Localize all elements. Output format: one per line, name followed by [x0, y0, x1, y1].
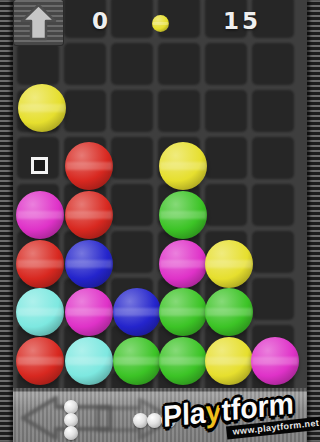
- green-ball[interactable]: [159, 337, 207, 385]
- blue-ball[interactable]: [65, 240, 113, 288]
- yellow-ball[interactable]: [205, 240, 253, 288]
- green-ball[interactable]: [113, 337, 161, 385]
- up-arrow-button[interactable]: [14, 0, 63, 45]
- yellow-ball[interactable]: [205, 337, 253, 385]
- game-screen: 0 15 Playtform www.playtform.net: [0, 0, 320, 442]
- next-ball-indicator: [152, 15, 169, 32]
- green-ball[interactable]: [205, 288, 253, 336]
- queue-ball: [64, 400, 78, 414]
- green-ball[interactable]: [159, 191, 207, 239]
- balls-remaining-count: 15: [220, 8, 264, 34]
- score-value: 0: [84, 8, 116, 34]
- magenta-ball[interactable]: [251, 337, 299, 385]
- board[interactable]: [0, 0, 320, 390]
- queue-ball: [64, 426, 78, 440]
- cyan-ball[interactable]: [65, 337, 113, 385]
- magenta-ball[interactable]: [159, 240, 207, 288]
- yellow-ball[interactable]: [159, 142, 207, 190]
- red-ball[interactable]: [65, 191, 113, 239]
- right-film-edge: [307, 0, 320, 442]
- red-ball[interactable]: [16, 337, 64, 385]
- queue-ball: [133, 413, 148, 428]
- blue-ball[interactable]: [113, 288, 161, 336]
- red-ball[interactable]: [65, 142, 113, 190]
- queue-ball: [64, 413, 78, 427]
- left-film-edge: [0, 0, 13, 442]
- magenta-ball[interactable]: [65, 288, 113, 336]
- up-arrow-icon: [14, 0, 63, 45]
- watermark-text: Pla: [163, 396, 206, 434]
- green-ball[interactable]: [159, 288, 207, 336]
- cyan-ball[interactable]: [16, 288, 64, 336]
- yellow-ball[interactable]: [18, 84, 66, 132]
- watermark-text-y: y: [205, 394, 221, 429]
- magenta-ball[interactable]: [16, 191, 64, 239]
- drop-cursor: [31, 157, 48, 174]
- red-ball[interactable]: [16, 240, 64, 288]
